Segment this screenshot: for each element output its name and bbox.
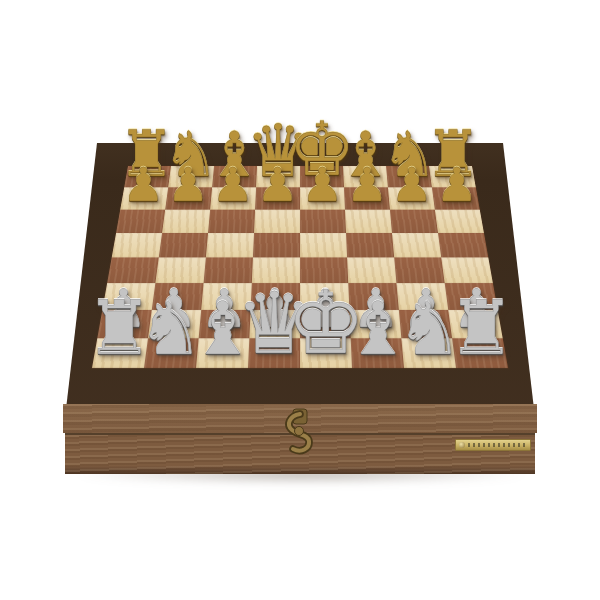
gold-pawn[interactable]: ♟: [212, 161, 254, 208]
square-e6[interactable]: [300, 210, 346, 233]
square-b6[interactable]: [162, 210, 210, 233]
square-b5[interactable]: [159, 233, 208, 257]
square-h5[interactable]: [438, 233, 488, 257]
gold-pawn[interactable]: ♟: [257, 161, 299, 208]
square-a6[interactable]: [116, 210, 165, 233]
brass-latch-icon[interactable]: [277, 408, 323, 456]
silver-rook[interactable]: ♜: [448, 291, 515, 366]
gold-pawn[interactable]: ♟: [122, 161, 164, 208]
square-g5[interactable]: [392, 233, 441, 257]
gold-pawn[interactable]: ♟: [391, 161, 433, 208]
square-a5[interactable]: [112, 233, 162, 257]
square-g6[interactable]: [390, 210, 438, 233]
plaque-engraving: [468, 443, 527, 447]
gold-pawn[interactable]: ♟: [436, 161, 478, 208]
scene: ♜♞♝♛♚♝♞♜♟♟♟♟♟♟♟♟♟♟♟♟♟♟♟♟♜♞♝♛♚♝♞♜: [0, 0, 600, 600]
square-d5[interactable]: [253, 233, 300, 257]
gold-pawn[interactable]: ♟: [346, 161, 388, 208]
square-f6[interactable]: [345, 210, 392, 233]
gold-pawn[interactable]: ♟: [301, 161, 343, 208]
square-c6[interactable]: [208, 210, 255, 233]
brand-plaque: [455, 439, 531, 451]
square-c5[interactable]: [206, 233, 254, 257]
gold-pawn[interactable]: ♟: [167, 161, 209, 208]
plaque-emblem-icon: [459, 442, 465, 448]
square-f5[interactable]: [346, 233, 394, 257]
square-e5[interactable]: [300, 233, 347, 257]
square-d6[interactable]: [254, 210, 300, 233]
square-h6[interactable]: [435, 210, 484, 233]
